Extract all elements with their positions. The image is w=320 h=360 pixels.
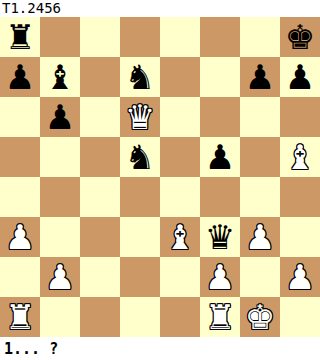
white-pawn[interactable]: ♟ bbox=[45, 257, 75, 297]
square-h3[interactable] bbox=[280, 217, 320, 257]
square-a8[interactable]: ♜ bbox=[0, 17, 40, 57]
square-e3[interactable]: ♝ bbox=[160, 217, 200, 257]
white-rook[interactable]: ♜ bbox=[205, 297, 235, 337]
black-knight[interactable]: ♞ bbox=[125, 57, 155, 97]
square-b1[interactable] bbox=[40, 297, 80, 337]
square-h8[interactable]: ♚ bbox=[280, 17, 320, 57]
square-c7[interactable] bbox=[80, 57, 120, 97]
white-bishop[interactable]: ♝ bbox=[165, 217, 195, 257]
chess-board: ♜♚♟♝♞♟♟♟♛♞♟♝♟♝♛♟♟♟♟♜♜♚ bbox=[0, 17, 320, 337]
square-e2[interactable] bbox=[160, 257, 200, 297]
square-b8[interactable] bbox=[40, 17, 80, 57]
white-bishop[interactable]: ♝ bbox=[285, 137, 315, 177]
square-b2[interactable]: ♟ bbox=[40, 257, 80, 297]
square-g2[interactable] bbox=[240, 257, 280, 297]
square-b6[interactable]: ♟ bbox=[40, 97, 80, 137]
move-prompt: 1... ? bbox=[4, 340, 58, 358]
square-g3[interactable]: ♟ bbox=[240, 217, 280, 257]
square-b4[interactable] bbox=[40, 177, 80, 217]
black-queen[interactable]: ♛ bbox=[205, 217, 235, 257]
square-d4[interactable] bbox=[120, 177, 160, 217]
square-c5[interactable] bbox=[80, 137, 120, 177]
square-h2[interactable]: ♟ bbox=[280, 257, 320, 297]
square-f3[interactable]: ♛ bbox=[200, 217, 240, 257]
black-pawn[interactable]: ♟ bbox=[285, 57, 315, 97]
black-pawn[interactable]: ♟ bbox=[245, 57, 275, 97]
square-f1[interactable]: ♜ bbox=[200, 297, 240, 337]
square-g4[interactable] bbox=[240, 177, 280, 217]
square-f6[interactable] bbox=[200, 97, 240, 137]
square-d3[interactable] bbox=[120, 217, 160, 257]
square-f7[interactable] bbox=[200, 57, 240, 97]
square-c8[interactable] bbox=[80, 17, 120, 57]
square-a7[interactable]: ♟ bbox=[0, 57, 40, 97]
white-pawn[interactable]: ♟ bbox=[245, 217, 275, 257]
square-f5[interactable]: ♟ bbox=[200, 137, 240, 177]
square-b5[interactable] bbox=[40, 137, 80, 177]
square-d8[interactable] bbox=[120, 17, 160, 57]
square-f4[interactable] bbox=[200, 177, 240, 217]
black-king[interactable]: ♚ bbox=[285, 17, 315, 57]
square-c4[interactable] bbox=[80, 177, 120, 217]
black-pawn[interactable]: ♟ bbox=[205, 137, 235, 177]
black-bishop[interactable]: ♝ bbox=[45, 57, 75, 97]
square-f8[interactable] bbox=[200, 17, 240, 57]
square-e8[interactable] bbox=[160, 17, 200, 57]
square-c6[interactable] bbox=[80, 97, 120, 137]
square-h6[interactable] bbox=[280, 97, 320, 137]
square-g6[interactable] bbox=[240, 97, 280, 137]
square-g5[interactable] bbox=[240, 137, 280, 177]
square-e4[interactable] bbox=[160, 177, 200, 217]
square-h5[interactable]: ♝ bbox=[280, 137, 320, 177]
white-pawn[interactable]: ♟ bbox=[5, 217, 35, 257]
square-a3[interactable]: ♟ bbox=[0, 217, 40, 257]
square-h7[interactable]: ♟ bbox=[280, 57, 320, 97]
black-pawn[interactable]: ♟ bbox=[45, 97, 75, 137]
square-e6[interactable] bbox=[160, 97, 200, 137]
square-d5[interactable]: ♞ bbox=[120, 137, 160, 177]
square-c1[interactable] bbox=[80, 297, 120, 337]
square-a5[interactable] bbox=[0, 137, 40, 177]
square-h4[interactable] bbox=[280, 177, 320, 217]
puzzle-title: T1.2456 bbox=[2, 0, 61, 16]
square-a1[interactable]: ♜ bbox=[0, 297, 40, 337]
square-a4[interactable] bbox=[0, 177, 40, 217]
square-h1[interactable] bbox=[280, 297, 320, 337]
white-rook[interactable]: ♜ bbox=[5, 297, 35, 337]
square-d7[interactable]: ♞ bbox=[120, 57, 160, 97]
white-pawn[interactable]: ♟ bbox=[285, 257, 315, 297]
square-d2[interactable] bbox=[120, 257, 160, 297]
square-e1[interactable] bbox=[160, 297, 200, 337]
square-g1[interactable]: ♚ bbox=[240, 297, 280, 337]
black-pawn[interactable]: ♟ bbox=[5, 57, 35, 97]
square-e7[interactable] bbox=[160, 57, 200, 97]
square-g7[interactable]: ♟ bbox=[240, 57, 280, 97]
white-king[interactable]: ♚ bbox=[245, 297, 275, 337]
square-f2[interactable]: ♟ bbox=[200, 257, 240, 297]
white-pawn[interactable]: ♟ bbox=[205, 257, 235, 297]
square-g8[interactable] bbox=[240, 17, 280, 57]
black-knight[interactable]: ♞ bbox=[125, 137, 155, 177]
square-c2[interactable] bbox=[80, 257, 120, 297]
square-a2[interactable] bbox=[0, 257, 40, 297]
square-c3[interactable] bbox=[80, 217, 120, 257]
black-rook[interactable]: ♜ bbox=[5, 17, 35, 57]
white-queen[interactable]: ♛ bbox=[125, 97, 155, 137]
square-b3[interactable] bbox=[40, 217, 80, 257]
square-b7[interactable]: ♝ bbox=[40, 57, 80, 97]
square-d1[interactable] bbox=[120, 297, 160, 337]
square-a6[interactable] bbox=[0, 97, 40, 137]
square-d6[interactable]: ♛ bbox=[120, 97, 160, 137]
square-e5[interactable] bbox=[160, 137, 200, 177]
